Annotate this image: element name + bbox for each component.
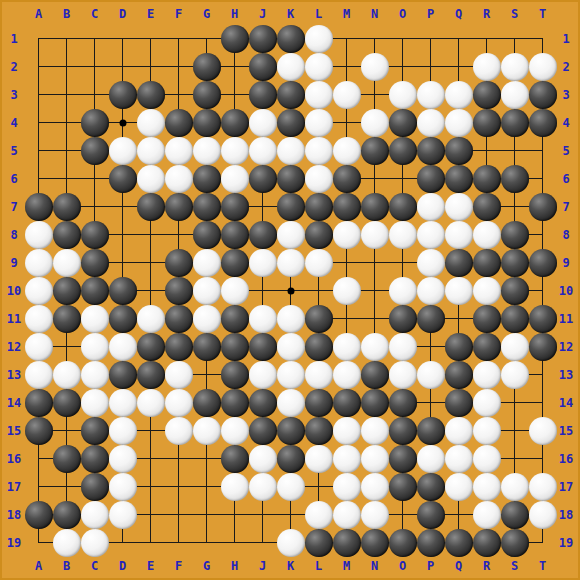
black-stone-D13[interactable] bbox=[109, 361, 137, 389]
black-stone-C8[interactable] bbox=[81, 221, 109, 249]
column-label-bottom: E bbox=[147, 559, 154, 573]
white-stone-B9[interactable] bbox=[53, 249, 81, 277]
black-stone-L12[interactable] bbox=[305, 333, 333, 361]
white-stone-Q7[interactable] bbox=[445, 193, 473, 221]
white-stone-G5[interactable] bbox=[193, 137, 221, 165]
black-stone-G14[interactable] bbox=[193, 389, 221, 417]
black-stone-C15[interactable] bbox=[81, 417, 109, 445]
white-stone-M12[interactable] bbox=[333, 333, 361, 361]
black-stone-J1[interactable] bbox=[249, 25, 277, 53]
white-stone-S17[interactable] bbox=[501, 473, 529, 501]
black-stone-C4[interactable] bbox=[81, 109, 109, 137]
white-stone-F14[interactable] bbox=[165, 389, 193, 417]
black-stone-O11[interactable] bbox=[389, 305, 417, 333]
black-stone-B10[interactable] bbox=[53, 277, 81, 305]
black-stone-A14[interactable] bbox=[25, 389, 53, 417]
black-stone-T11[interactable] bbox=[529, 305, 557, 333]
column-label-top: J bbox=[259, 7, 266, 21]
black-stone-R6[interactable] bbox=[473, 165, 501, 193]
white-stone-C14[interactable] bbox=[81, 389, 109, 417]
black-stone-M14[interactable] bbox=[333, 389, 361, 417]
column-label-bottom: R bbox=[483, 559, 490, 573]
white-stone-M10[interactable] bbox=[333, 277, 361, 305]
white-stone-B19[interactable] bbox=[53, 529, 81, 557]
black-stone-E7[interactable] bbox=[137, 193, 165, 221]
black-stone-O15[interactable] bbox=[389, 417, 417, 445]
white-stone-E11[interactable] bbox=[137, 305, 165, 333]
white-stone-M5[interactable] bbox=[333, 137, 361, 165]
white-stone-M15[interactable] bbox=[333, 417, 361, 445]
row-label-right: 15 bbox=[559, 424, 573, 438]
row-label-right: 6 bbox=[562, 172, 569, 186]
white-stone-R18[interactable] bbox=[473, 501, 501, 529]
column-label-bottom: M bbox=[343, 559, 350, 573]
black-stone-B18[interactable] bbox=[53, 501, 81, 529]
white-stone-R10[interactable] bbox=[473, 277, 501, 305]
white-stone-N8[interactable] bbox=[361, 221, 389, 249]
white-stone-L18[interactable] bbox=[305, 501, 333, 529]
black-stone-Q5[interactable] bbox=[445, 137, 473, 165]
black-stone-D11[interactable] bbox=[109, 305, 137, 333]
black-stone-G7[interactable] bbox=[193, 193, 221, 221]
black-stone-R9[interactable] bbox=[473, 249, 501, 277]
white-stone-M16[interactable] bbox=[333, 445, 361, 473]
white-stone-T15[interactable] bbox=[529, 417, 557, 445]
white-stone-T2[interactable] bbox=[529, 53, 557, 81]
white-stone-J13[interactable] bbox=[249, 361, 277, 389]
white-stone-K5[interactable] bbox=[277, 137, 305, 165]
row-label-right: 11 bbox=[559, 312, 573, 326]
white-stone-B13[interactable] bbox=[53, 361, 81, 389]
black-stone-K15[interactable] bbox=[277, 417, 305, 445]
black-stone-H8[interactable] bbox=[221, 221, 249, 249]
white-stone-N12[interactable] bbox=[361, 333, 389, 361]
white-stone-N15[interactable] bbox=[361, 417, 389, 445]
row-label-left: 12 bbox=[7, 340, 21, 354]
row-label-right: 10 bbox=[559, 284, 573, 298]
white-stone-M18[interactable] bbox=[333, 501, 361, 529]
white-stone-A13[interactable] bbox=[25, 361, 53, 389]
black-stone-K4[interactable] bbox=[277, 109, 305, 137]
go-board[interactable]: AABBCCDDEEFFGGHHJJKKLLMMNNOOPPQQRRSSTT11… bbox=[0, 0, 580, 580]
row-label-left: 1 bbox=[10, 32, 17, 46]
column-label-top: R bbox=[483, 7, 490, 21]
black-stone-G2[interactable] bbox=[193, 53, 221, 81]
black-stone-B8[interactable] bbox=[53, 221, 81, 249]
white-stone-S13[interactable] bbox=[501, 361, 529, 389]
black-stone-N19[interactable] bbox=[361, 529, 389, 557]
white-stone-R2[interactable] bbox=[473, 53, 501, 81]
black-stone-R3[interactable] bbox=[473, 81, 501, 109]
black-stone-P17[interactable] bbox=[417, 473, 445, 501]
black-stone-E12[interactable] bbox=[137, 333, 165, 361]
column-label-bottom: Q bbox=[455, 559, 462, 573]
row-label-right: 13 bbox=[559, 368, 573, 382]
black-stone-O5[interactable] bbox=[389, 137, 417, 165]
white-stone-P13[interactable] bbox=[417, 361, 445, 389]
black-stone-L19[interactable] bbox=[305, 529, 333, 557]
black-stone-F7[interactable] bbox=[165, 193, 193, 221]
black-stone-F4[interactable] bbox=[165, 109, 193, 137]
black-stone-P11[interactable] bbox=[417, 305, 445, 333]
white-stone-C19[interactable] bbox=[81, 529, 109, 557]
black-stone-S19[interactable] bbox=[501, 529, 529, 557]
row-label-right: 3 bbox=[562, 88, 569, 102]
black-stone-L8[interactable] bbox=[305, 221, 333, 249]
column-label-bottom: F bbox=[175, 559, 182, 573]
black-stone-T12[interactable] bbox=[529, 333, 557, 361]
white-stone-M8[interactable] bbox=[333, 221, 361, 249]
white-stone-S2[interactable] bbox=[501, 53, 529, 81]
white-stone-A12[interactable] bbox=[25, 333, 53, 361]
row-label-left: 19 bbox=[7, 536, 21, 550]
white-stone-P10[interactable] bbox=[417, 277, 445, 305]
black-stone-P6[interactable] bbox=[417, 165, 445, 193]
white-stone-R15[interactable] bbox=[473, 417, 501, 445]
row-label-right: 7 bbox=[562, 200, 569, 214]
white-stone-N2[interactable] bbox=[361, 53, 389, 81]
white-stone-O12[interactable] bbox=[389, 333, 417, 361]
white-stone-G9[interactable] bbox=[193, 249, 221, 277]
black-stone-B14[interactable] bbox=[53, 389, 81, 417]
black-stone-F12[interactable] bbox=[165, 333, 193, 361]
white-stone-D15[interactable] bbox=[109, 417, 137, 445]
row-label-left: 11 bbox=[7, 312, 21, 326]
black-stone-Q9[interactable] bbox=[445, 249, 473, 277]
white-stone-H15[interactable] bbox=[221, 417, 249, 445]
black-stone-E13[interactable] bbox=[137, 361, 165, 389]
black-stone-L11[interactable] bbox=[305, 305, 333, 333]
white-stone-T18[interactable] bbox=[529, 501, 557, 529]
black-stone-H1[interactable] bbox=[221, 25, 249, 53]
row-label-right: 9 bbox=[562, 256, 569, 270]
white-stone-Q4[interactable] bbox=[445, 109, 473, 137]
white-stone-D12[interactable] bbox=[109, 333, 137, 361]
black-stone-D6[interactable] bbox=[109, 165, 137, 193]
white-stone-J9[interactable] bbox=[249, 249, 277, 277]
black-stone-C9[interactable] bbox=[81, 249, 109, 277]
black-stone-R11[interactable] bbox=[473, 305, 501, 333]
black-stone-B7[interactable] bbox=[53, 193, 81, 221]
white-stone-O8[interactable] bbox=[389, 221, 417, 249]
black-stone-S4[interactable] bbox=[501, 109, 529, 137]
black-stone-F9[interactable] bbox=[165, 249, 193, 277]
black-stone-M6[interactable] bbox=[333, 165, 361, 193]
white-stone-A11[interactable] bbox=[25, 305, 53, 333]
white-stone-A8[interactable] bbox=[25, 221, 53, 249]
white-stone-L6[interactable] bbox=[305, 165, 333, 193]
black-stone-S6[interactable] bbox=[501, 165, 529, 193]
white-stone-L1[interactable] bbox=[305, 25, 333, 53]
white-stone-N16[interactable] bbox=[361, 445, 389, 473]
white-stone-D18[interactable] bbox=[109, 501, 137, 529]
white-stone-K11[interactable] bbox=[277, 305, 305, 333]
black-stone-F11[interactable] bbox=[165, 305, 193, 333]
black-stone-D10[interactable] bbox=[109, 277, 137, 305]
row-label-right: 2 bbox=[562, 60, 569, 74]
white-stone-J4[interactable] bbox=[249, 109, 277, 137]
white-stone-Q8[interactable] bbox=[445, 221, 473, 249]
black-stone-G3[interactable] bbox=[193, 81, 221, 109]
star-point bbox=[287, 287, 294, 294]
white-stone-N18[interactable] bbox=[361, 501, 389, 529]
white-stone-F6[interactable] bbox=[165, 165, 193, 193]
white-stone-J11[interactable] bbox=[249, 305, 277, 333]
white-stone-F15[interactable] bbox=[165, 417, 193, 445]
white-stone-K14[interactable] bbox=[277, 389, 305, 417]
white-stone-R8[interactable] bbox=[473, 221, 501, 249]
white-stone-L4[interactable] bbox=[305, 109, 333, 137]
black-stone-S11[interactable] bbox=[501, 305, 529, 333]
row-label-left: 8 bbox=[10, 228, 17, 242]
black-stone-O14[interactable] bbox=[389, 389, 417, 417]
white-stone-S12[interactable] bbox=[501, 333, 529, 361]
white-stone-G11[interactable] bbox=[193, 305, 221, 333]
white-stone-E6[interactable] bbox=[137, 165, 165, 193]
white-stone-M13[interactable] bbox=[333, 361, 361, 389]
white-stone-L13[interactable] bbox=[305, 361, 333, 389]
white-stone-C12[interactable] bbox=[81, 333, 109, 361]
black-stone-H13[interactable] bbox=[221, 361, 249, 389]
black-stone-K1[interactable] bbox=[277, 25, 305, 53]
row-label-left: 2 bbox=[10, 60, 17, 74]
white-stone-R17[interactable] bbox=[473, 473, 501, 501]
black-stone-L7[interactable] bbox=[305, 193, 333, 221]
black-stone-H12[interactable] bbox=[221, 333, 249, 361]
row-label-right: 17 bbox=[559, 480, 573, 494]
column-label-top: H bbox=[231, 7, 238, 21]
black-stone-T4[interactable] bbox=[529, 109, 557, 137]
white-stone-H10[interactable] bbox=[221, 277, 249, 305]
black-stone-G6[interactable] bbox=[193, 165, 221, 193]
white-stone-K9[interactable] bbox=[277, 249, 305, 277]
white-stone-K19[interactable] bbox=[277, 529, 305, 557]
white-stone-Q10[interactable] bbox=[445, 277, 473, 305]
black-stone-Q14[interactable] bbox=[445, 389, 473, 417]
black-stone-P18[interactable] bbox=[417, 501, 445, 529]
white-stone-L5[interactable] bbox=[305, 137, 333, 165]
black-stone-H7[interactable] bbox=[221, 193, 249, 221]
black-stone-H4[interactable] bbox=[221, 109, 249, 137]
white-stone-D5[interactable] bbox=[109, 137, 137, 165]
white-stone-P8[interactable] bbox=[417, 221, 445, 249]
column-label-top: C bbox=[91, 7, 98, 21]
row-label-left: 13 bbox=[7, 368, 21, 382]
white-stone-O10[interactable] bbox=[389, 277, 417, 305]
row-label-left: 17 bbox=[7, 480, 21, 494]
white-stone-L9[interactable] bbox=[305, 249, 333, 277]
row-label-right: 16 bbox=[559, 452, 573, 466]
white-stone-Q15[interactable] bbox=[445, 417, 473, 445]
white-stone-R13[interactable] bbox=[473, 361, 501, 389]
white-stone-F5[interactable] bbox=[165, 137, 193, 165]
white-stone-P4[interactable] bbox=[417, 109, 445, 137]
white-stone-E14[interactable] bbox=[137, 389, 165, 417]
black-stone-C16[interactable] bbox=[81, 445, 109, 473]
white-stone-T17[interactable] bbox=[529, 473, 557, 501]
white-stone-P7[interactable] bbox=[417, 193, 445, 221]
black-stone-C10[interactable] bbox=[81, 277, 109, 305]
black-stone-R19[interactable] bbox=[473, 529, 501, 557]
black-stone-N14[interactable] bbox=[361, 389, 389, 417]
white-stone-C13[interactable] bbox=[81, 361, 109, 389]
black-stone-K3[interactable] bbox=[277, 81, 305, 109]
row-label-left: 3 bbox=[10, 88, 17, 102]
black-stone-O7[interactable] bbox=[389, 193, 417, 221]
black-stone-J3[interactable] bbox=[249, 81, 277, 109]
black-stone-J8[interactable] bbox=[249, 221, 277, 249]
white-stone-H5[interactable] bbox=[221, 137, 249, 165]
black-stone-M7[interactable] bbox=[333, 193, 361, 221]
black-stone-G4[interactable] bbox=[193, 109, 221, 137]
black-stone-S9[interactable] bbox=[501, 249, 529, 277]
black-stone-T9[interactable] bbox=[529, 249, 557, 277]
white-stone-P3[interactable] bbox=[417, 81, 445, 109]
black-stone-N7[interactable] bbox=[361, 193, 389, 221]
white-stone-N4[interactable] bbox=[361, 109, 389, 137]
black-stone-A15[interactable] bbox=[25, 417, 53, 445]
white-stone-J17[interactable] bbox=[249, 473, 277, 501]
white-stone-L16[interactable] bbox=[305, 445, 333, 473]
column-label-top: B bbox=[63, 7, 70, 21]
black-stone-O4[interactable] bbox=[389, 109, 417, 137]
black-stone-L15[interactable] bbox=[305, 417, 333, 445]
column-label-bottom: K bbox=[287, 559, 294, 573]
black-stone-O16[interactable] bbox=[389, 445, 417, 473]
row-label-left: 16 bbox=[7, 452, 21, 466]
white-stone-J5[interactable] bbox=[249, 137, 277, 165]
black-stone-H14[interactable] bbox=[221, 389, 249, 417]
black-stone-H9[interactable] bbox=[221, 249, 249, 277]
black-stone-J6[interactable] bbox=[249, 165, 277, 193]
black-stone-L14[interactable] bbox=[305, 389, 333, 417]
white-stone-D17[interactable] bbox=[109, 473, 137, 501]
column-label-bottom: D bbox=[119, 559, 126, 573]
black-stone-D3[interactable] bbox=[109, 81, 137, 109]
black-stone-Q12[interactable] bbox=[445, 333, 473, 361]
black-stone-H11[interactable] bbox=[221, 305, 249, 333]
black-stone-A7[interactable] bbox=[25, 193, 53, 221]
white-stone-E4[interactable] bbox=[137, 109, 165, 137]
white-stone-H17[interactable] bbox=[221, 473, 249, 501]
black-stone-S18[interactable] bbox=[501, 501, 529, 529]
white-stone-O13[interactable] bbox=[389, 361, 417, 389]
white-stone-O3[interactable] bbox=[389, 81, 417, 109]
black-stone-F10[interactable] bbox=[165, 277, 193, 305]
row-label-left: 9 bbox=[10, 256, 17, 270]
white-stone-M3[interactable] bbox=[333, 81, 361, 109]
black-stone-S10[interactable] bbox=[501, 277, 529, 305]
black-stone-S8[interactable] bbox=[501, 221, 529, 249]
black-stone-G8[interactable] bbox=[193, 221, 221, 249]
white-stone-K13[interactable] bbox=[277, 361, 305, 389]
black-stone-E3[interactable] bbox=[137, 81, 165, 109]
black-stone-P15[interactable] bbox=[417, 417, 445, 445]
white-stone-P16[interactable] bbox=[417, 445, 445, 473]
white-stone-Q17[interactable] bbox=[445, 473, 473, 501]
black-stone-H16[interactable] bbox=[221, 445, 249, 473]
white-stone-K17[interactable] bbox=[277, 473, 305, 501]
white-stone-J16[interactable] bbox=[249, 445, 277, 473]
white-stone-G15[interactable] bbox=[193, 417, 221, 445]
white-stone-L3[interactable] bbox=[305, 81, 333, 109]
row-label-left: 7 bbox=[10, 200, 17, 214]
black-stone-B16[interactable] bbox=[53, 445, 81, 473]
black-stone-O17[interactable] bbox=[389, 473, 417, 501]
black-stone-J12[interactable] bbox=[249, 333, 277, 361]
column-label-top: T bbox=[539, 7, 546, 21]
black-stone-R12[interactable] bbox=[473, 333, 501, 361]
white-stone-S3[interactable] bbox=[501, 81, 529, 109]
black-stone-Q13[interactable] bbox=[445, 361, 473, 389]
black-stone-B11[interactable] bbox=[53, 305, 81, 333]
column-label-top: K bbox=[287, 7, 294, 21]
white-stone-C11[interactable] bbox=[81, 305, 109, 333]
black-stone-C17[interactable] bbox=[81, 473, 109, 501]
black-stone-M19[interactable] bbox=[333, 529, 361, 557]
white-stone-P9[interactable] bbox=[417, 249, 445, 277]
black-stone-A18[interactable] bbox=[25, 501, 53, 529]
row-label-right: 12 bbox=[559, 340, 573, 354]
black-stone-J14[interactable] bbox=[249, 389, 277, 417]
white-stone-A10[interactable] bbox=[25, 277, 53, 305]
black-stone-Q6[interactable] bbox=[445, 165, 473, 193]
black-stone-K7[interactable] bbox=[277, 193, 305, 221]
white-stone-N17[interactable] bbox=[361, 473, 389, 501]
white-stone-K2[interactable] bbox=[277, 53, 305, 81]
black-stone-T7[interactable] bbox=[529, 193, 557, 221]
white-stone-Q3[interactable] bbox=[445, 81, 473, 109]
white-stone-L2[interactable] bbox=[305, 53, 333, 81]
white-stone-K8[interactable] bbox=[277, 221, 305, 249]
white-stone-R14[interactable] bbox=[473, 389, 501, 417]
white-stone-G10[interactable] bbox=[193, 277, 221, 305]
column-label-bottom: B bbox=[63, 559, 70, 573]
black-stone-P5[interactable] bbox=[417, 137, 445, 165]
black-stone-Q19[interactable] bbox=[445, 529, 473, 557]
black-stone-K6[interactable] bbox=[277, 165, 305, 193]
white-stone-Q16[interactable] bbox=[445, 445, 473, 473]
column-label-bottom: P bbox=[427, 559, 434, 573]
black-stone-G12[interactable] bbox=[193, 333, 221, 361]
black-stone-T3[interactable] bbox=[529, 81, 557, 109]
white-stone-D14[interactable] bbox=[109, 389, 137, 417]
black-stone-O19[interactable] bbox=[389, 529, 417, 557]
white-stone-H6[interactable] bbox=[221, 165, 249, 193]
column-label-bottom: J bbox=[259, 559, 266, 573]
white-stone-C18[interactable] bbox=[81, 501, 109, 529]
white-stone-A9[interactable] bbox=[25, 249, 53, 277]
black-stone-K16[interactable] bbox=[277, 445, 305, 473]
row-label-left: 5 bbox=[10, 144, 17, 158]
white-stone-R16[interactable] bbox=[473, 445, 501, 473]
black-stone-J15[interactable] bbox=[249, 417, 277, 445]
column-label-bottom: C bbox=[91, 559, 98, 573]
white-stone-F13[interactable] bbox=[165, 361, 193, 389]
white-stone-D16[interactable] bbox=[109, 445, 137, 473]
black-stone-C5[interactable] bbox=[81, 137, 109, 165]
black-stone-N5[interactable] bbox=[361, 137, 389, 165]
black-stone-R4[interactable] bbox=[473, 109, 501, 137]
row-label-right: 18 bbox=[559, 508, 573, 522]
white-stone-E5[interactable] bbox=[137, 137, 165, 165]
white-stone-M17[interactable] bbox=[333, 473, 361, 501]
white-stone-K12[interactable] bbox=[277, 333, 305, 361]
black-stone-J2[interactable] bbox=[249, 53, 277, 81]
black-stone-N13[interactable] bbox=[361, 361, 389, 389]
black-stone-R7[interactable] bbox=[473, 193, 501, 221]
black-stone-P19[interactable] bbox=[417, 529, 445, 557]
